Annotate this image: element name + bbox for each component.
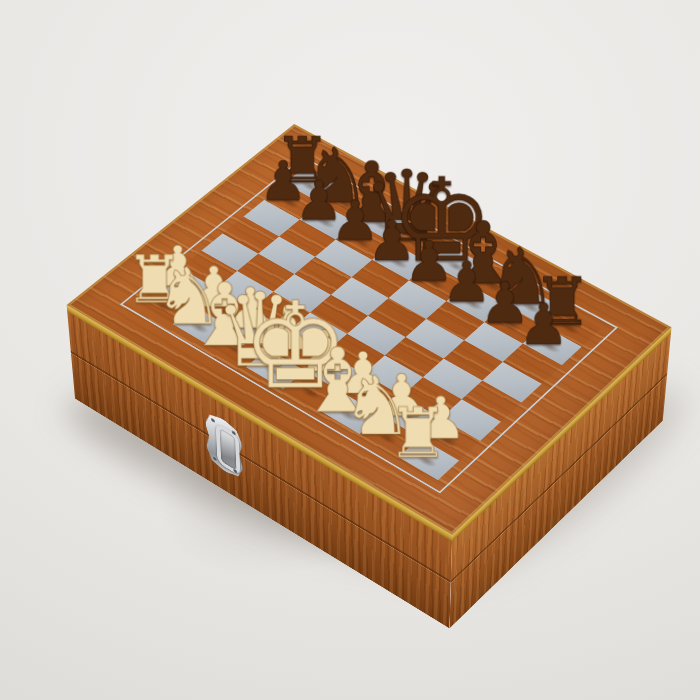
scene-3d: ♜♞♝♛♚♝♞♜♟♟♟♟♟♟♟♟♟♟♟♟♟♟♟♟♜♞♝♛♚♝♞♜ — [0, 0, 700, 700]
product-photo-stage: ♜♞♝♛♚♝♞♜♟♟♟♟♟♟♟♟♟♟♟♟♟♟♟♟♜♞♝♛♚♝♞♜ — [0, 0, 700, 700]
rook-glyph: ♜ — [384, 399, 453, 468]
latch-clasp — [205, 408, 244, 483]
latch-hasp-icon — [216, 422, 241, 476]
pawn-glyph: ♟ — [515, 296, 572, 353]
chess-box-lid: ♜♞♝♛♚♝♞♜♟♟♟♟♟♟♟♟♟♟♟♟♟♟♟♟♜♞♝♛♚♝♞♜ — [67, 124, 672, 535]
